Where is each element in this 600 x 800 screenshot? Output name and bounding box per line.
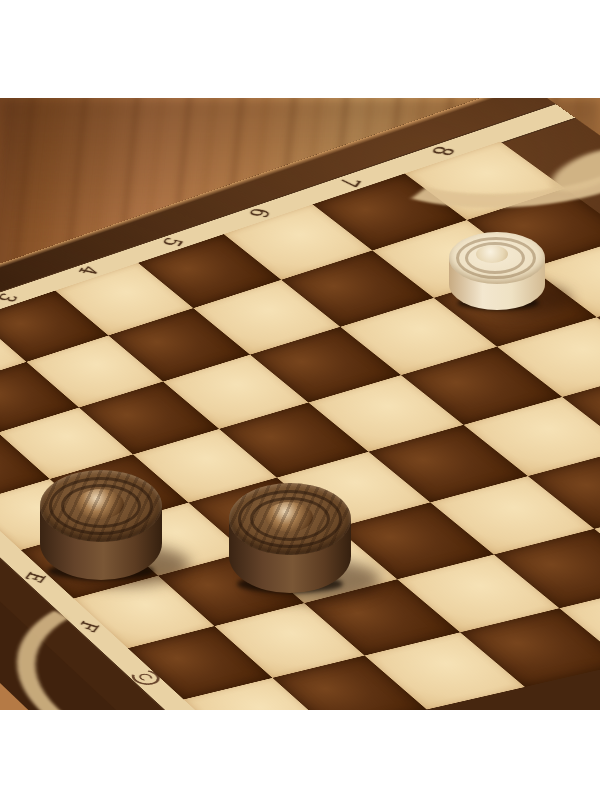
piece-ring-inner xyxy=(250,497,330,541)
white-band-top xyxy=(0,0,600,98)
piece-ring-outer xyxy=(49,477,153,535)
piece-ring-inner xyxy=(61,484,141,528)
piece-top xyxy=(449,232,545,284)
light-checker-a7[interactable] xyxy=(449,232,545,314)
photo-frame: 345678EF xyxy=(0,0,600,800)
piece-dome xyxy=(476,245,508,263)
piece-dome xyxy=(76,489,124,519)
dark-checker-f2[interactable] xyxy=(229,483,351,597)
piece-top xyxy=(40,470,162,542)
dark-checker-e1[interactable] xyxy=(40,470,162,584)
white-band-bottom xyxy=(0,710,600,800)
piece-top xyxy=(229,483,351,555)
piece-ring-outer xyxy=(238,490,342,548)
board-photo: 345678EF xyxy=(0,98,600,710)
piece-dome xyxy=(265,502,313,532)
